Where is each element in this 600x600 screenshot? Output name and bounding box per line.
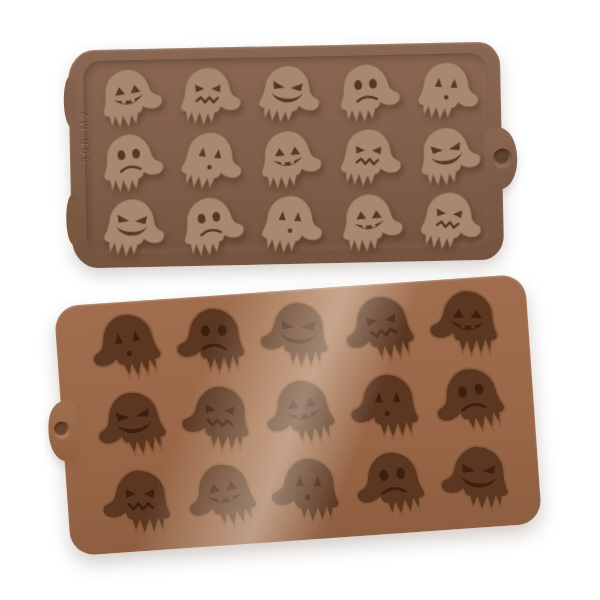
ghost-top-r2c3-jack-o-lantern [250,128,331,195]
ghost-top-r2c2-surprised [171,130,252,197]
ghost-top-r3c3-surprised [251,193,332,260]
ghost-bottom-r2c1-evil-grin [88,385,178,469]
ghost-bottom-r3c2-jack-o-lantern [178,457,268,541]
ghost-bottom-r1c3-evil-grin [252,295,342,379]
ghost-bottom-r3c5-evil-grin [432,439,522,523]
ghost-top-r1c2-worried [169,65,250,132]
ghost-bottom-r1c1-surprised [82,307,172,391]
embossed-marking: 808 M7 [78,108,91,163]
product-photo: 808 M7 [0,0,600,600]
ghost-bottom-r2c4-surprised [342,367,432,451]
left-edge-wave-lower [66,194,80,244]
hang-tab-left [47,400,81,462]
mold-cavity-side [54,274,542,556]
ghost-top-r3c2-sad [172,195,253,262]
ghost-grid-top [90,60,490,260]
ghost-top-r1c4-sad [328,61,409,128]
hang-hole-icon [53,421,71,439]
left-edge-wave-upper [63,76,77,126]
ghost-bottom-r2c3-jack-o-lantern [257,373,347,457]
ghost-bottom-r3c4-sad [347,445,437,529]
ghost-bottom-r1c2-sad [167,301,257,385]
ghost-top-r1c3-evil-grin [248,63,329,130]
hang-hole-icon [493,148,512,167]
ghost-bottom-r1c4-worried [336,289,426,373]
ghost-bottom-r3c1-worried [93,462,183,546]
hang-tab-right [484,127,517,190]
ghost-bottom-r2c2-worried [172,379,262,463]
ghost-grid-bottom [82,283,521,546]
ghost-top-r3c4-jack-o-lantern [330,191,411,258]
ghost-top-r3c1-evil-grin [93,196,174,263]
mold-back-side: 808 M7 [68,42,504,269]
ghost-bottom-r3c3-surprised [262,451,352,535]
ghost-top-r1c5-surprised [407,60,488,127]
ghost-bottom-r2c5-sad [426,361,516,445]
ghost-top-r2c5-evil-grin [408,125,489,192]
ghost-bottom-r1c5-jack-o-lantern [421,283,511,367]
ghost-top-r3c5-worried [410,190,491,257]
ghost-top-r2c4-worried [329,126,410,193]
ghost-top-r2c1-sad [91,131,172,198]
ghost-top-r1c1-jack-o-lantern [90,66,171,133]
